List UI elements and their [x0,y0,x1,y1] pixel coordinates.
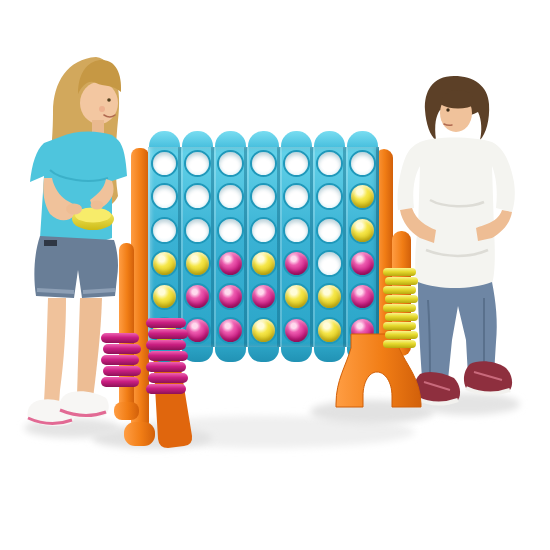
magenta-spare-disc [146,318,186,328]
magenta-spare-disc [146,340,186,350]
magenta-spare-disc [103,344,141,354]
yellow-spare-disc [385,313,418,321]
yellow-spare-disc [385,295,418,303]
magenta-disc-stack-back [146,318,186,395]
yellow-spare-disc [385,277,418,285]
yellow-disc-stack [383,268,416,349]
magenta-spare-disc [101,333,139,343]
magenta-spare-disc [148,373,188,383]
magenta-spare-disc [101,355,139,365]
yellow-spare-disc [383,268,416,276]
magenta-spare-disc [148,351,188,361]
magenta-spare-disc [148,329,188,339]
magenta-spare-disc [146,362,186,372]
yellow-spare-disc [385,331,418,339]
magenta-spare-disc [103,366,141,376]
magenta-disc-stack-front [101,333,139,388]
yellow-spare-disc [383,340,416,348]
yellow-spare-disc [383,304,416,312]
yellow-spare-disc [383,322,416,330]
right-support-illustration [0,0,550,550]
magenta-spare-disc [146,384,186,394]
yellow-spare-disc [383,286,416,294]
magenta-spare-disc [101,377,139,387]
product-photo-giant-connect-four [0,0,550,550]
